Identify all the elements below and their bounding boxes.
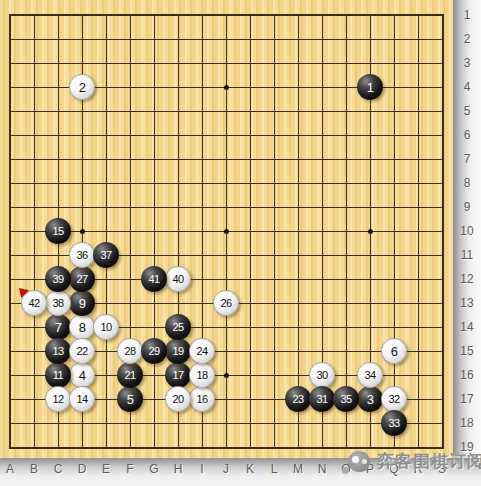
stone-white-30: 30 bbox=[309, 362, 335, 388]
stone-number: 2 bbox=[79, 81, 86, 94]
stone-black-21: 21 bbox=[117, 362, 143, 388]
stone-black-11: 11 bbox=[45, 362, 71, 388]
stone-white-24: 24 bbox=[189, 338, 215, 364]
star-point bbox=[224, 229, 229, 234]
stone-number: 9 bbox=[79, 297, 86, 310]
row-label: 15 bbox=[455, 344, 479, 358]
stone-number: 26 bbox=[220, 298, 231, 309]
stone-number: 20 bbox=[172, 394, 183, 405]
star-point bbox=[80, 229, 85, 234]
column-label: N bbox=[313, 462, 331, 476]
stone-white-38: 38 bbox=[45, 290, 71, 316]
stone-number: 31 bbox=[316, 394, 327, 405]
stone-white-6: 6 bbox=[381, 338, 407, 364]
column-label: E bbox=[97, 462, 115, 476]
stone-number: 35 bbox=[340, 394, 351, 405]
stone-black-23: 23 bbox=[285, 386, 311, 412]
stone-number: 38 bbox=[52, 298, 63, 309]
row-label: 2 bbox=[455, 32, 479, 46]
stone-white-42: 42 bbox=[21, 290, 47, 316]
star-point bbox=[368, 229, 373, 234]
stone-number: 5 bbox=[127, 393, 134, 406]
stone-black-33: 33 bbox=[381, 410, 407, 436]
stone-black-7: 7 bbox=[45, 314, 71, 340]
stone-number: 30 bbox=[316, 370, 327, 381]
row-label: 3 bbox=[455, 56, 479, 70]
stone-number: 28 bbox=[124, 346, 135, 357]
stone-black-3: 3 bbox=[357, 386, 383, 412]
stone-number: 10 bbox=[100, 322, 111, 333]
stone-number: 39 bbox=[52, 274, 63, 285]
row-label: 18 bbox=[455, 416, 479, 430]
stone-number: 22 bbox=[76, 346, 87, 357]
stone-black-35: 35 bbox=[333, 386, 359, 412]
column-label: H bbox=[169, 462, 187, 476]
stone-white-8: 8 bbox=[69, 314, 95, 340]
stone-black-37: 37 bbox=[93, 242, 119, 268]
stone-number: 8 bbox=[79, 321, 86, 334]
stone-number: 42 bbox=[28, 298, 39, 309]
row-label: 12 bbox=[455, 272, 479, 286]
column-label: C bbox=[49, 462, 67, 476]
stone-white-2: 2 bbox=[69, 74, 95, 100]
stone-number: 23 bbox=[292, 394, 303, 405]
stone-black-15: 15 bbox=[45, 218, 71, 244]
row-label: 16 bbox=[455, 368, 479, 382]
column-label: A bbox=[1, 462, 19, 476]
stone-number: 13 bbox=[52, 346, 63, 357]
stone-white-32: 32 bbox=[381, 386, 407, 412]
stone-white-36: 36 bbox=[69, 242, 95, 268]
stone-number: 1 bbox=[367, 81, 374, 94]
stone-black-25: 25 bbox=[165, 314, 191, 340]
stone-black-27: 27 bbox=[69, 266, 95, 292]
column-label: D bbox=[73, 462, 91, 476]
row-label: 9 bbox=[455, 200, 479, 214]
stone-black-13: 13 bbox=[45, 338, 71, 364]
row-label: 11 bbox=[455, 248, 479, 262]
column-label: F bbox=[121, 462, 139, 476]
stone-number: 36 bbox=[76, 250, 87, 261]
stone-white-22: 22 bbox=[69, 338, 95, 364]
stone-black-31: 31 bbox=[309, 386, 335, 412]
stone-white-10: 10 bbox=[93, 314, 119, 340]
stone-number: 4 bbox=[79, 369, 86, 382]
stone-number: 3 bbox=[367, 393, 374, 406]
stone-number: 25 bbox=[172, 322, 183, 333]
stone-number: 19 bbox=[172, 346, 183, 357]
stone-number: 18 bbox=[196, 370, 207, 381]
row-label: 6 bbox=[455, 128, 479, 142]
watermark-logo-icon bbox=[348, 451, 370, 472]
stone-number: 41 bbox=[148, 274, 159, 285]
stone-white-12: 12 bbox=[45, 386, 71, 412]
stone-black-29: 29 bbox=[141, 338, 167, 364]
stone-number: 24 bbox=[196, 346, 207, 357]
stone-black-41: 41 bbox=[141, 266, 167, 292]
star-point bbox=[224, 85, 229, 90]
go-diagram: 弈客围棋订阅号 12345678910111213141516171819ABC… bbox=[0, 0, 481, 486]
stone-white-16: 16 bbox=[189, 386, 215, 412]
column-label: B bbox=[25, 462, 43, 476]
watermark: 弈客围棋订阅号 bbox=[348, 450, 481, 473]
row-label: 13 bbox=[455, 296, 479, 310]
row-label: 14 bbox=[455, 320, 479, 334]
stone-number: 32 bbox=[388, 394, 399, 405]
stone-number: 17 bbox=[172, 370, 183, 381]
stone-black-39: 39 bbox=[45, 266, 71, 292]
stone-number: 37 bbox=[100, 250, 111, 261]
stone-black-19: 19 bbox=[165, 338, 191, 364]
stone-white-40: 40 bbox=[165, 266, 191, 292]
row-label: 5 bbox=[455, 104, 479, 118]
stone-white-20: 20 bbox=[165, 386, 191, 412]
stone-number: 40 bbox=[172, 274, 183, 285]
stone-number: 33 bbox=[388, 418, 399, 429]
stone-white-34: 34 bbox=[357, 362, 383, 388]
stone-number: 16 bbox=[196, 394, 207, 405]
column-label: I bbox=[193, 462, 211, 476]
stone-number: 11 bbox=[53, 370, 63, 381]
star-point bbox=[224, 373, 229, 378]
stone-black-17: 17 bbox=[165, 362, 191, 388]
stone-black-5: 5 bbox=[117, 386, 143, 412]
row-label: 1 bbox=[455, 8, 479, 22]
watermark-text: 弈客围棋订阅号 bbox=[377, 450, 481, 473]
row-label: 7 bbox=[455, 152, 479, 166]
row-label: 4 bbox=[455, 80, 479, 94]
stone-number: 34 bbox=[364, 370, 375, 381]
stone-number: 14 bbox=[76, 394, 87, 405]
stone-number: 21 bbox=[124, 370, 135, 381]
stone-number: 29 bbox=[148, 346, 159, 357]
stone-number: 6 bbox=[391, 345, 398, 358]
column-label: G bbox=[145, 462, 163, 476]
stone-white-26: 26 bbox=[213, 290, 239, 316]
column-label: M bbox=[289, 462, 307, 476]
stone-white-18: 18 bbox=[189, 362, 215, 388]
row-label: 17 bbox=[455, 392, 479, 406]
column-label: K bbox=[241, 462, 259, 476]
row-label: 8 bbox=[455, 176, 479, 190]
stone-black-1: 1 bbox=[357, 74, 383, 100]
stone-white-14: 14 bbox=[69, 386, 95, 412]
row-label: 10 bbox=[455, 224, 479, 238]
column-label: J bbox=[217, 462, 235, 476]
stone-number: 27 bbox=[76, 274, 87, 285]
stone-black-9: 9 bbox=[69, 290, 95, 316]
column-label: L bbox=[265, 462, 283, 476]
stone-number: 15 bbox=[52, 226, 63, 237]
stone-white-28: 28 bbox=[117, 338, 143, 364]
stone-number: 7 bbox=[55, 321, 62, 334]
stone-white-4: 4 bbox=[69, 362, 95, 388]
stone-number: 12 bbox=[52, 394, 63, 405]
